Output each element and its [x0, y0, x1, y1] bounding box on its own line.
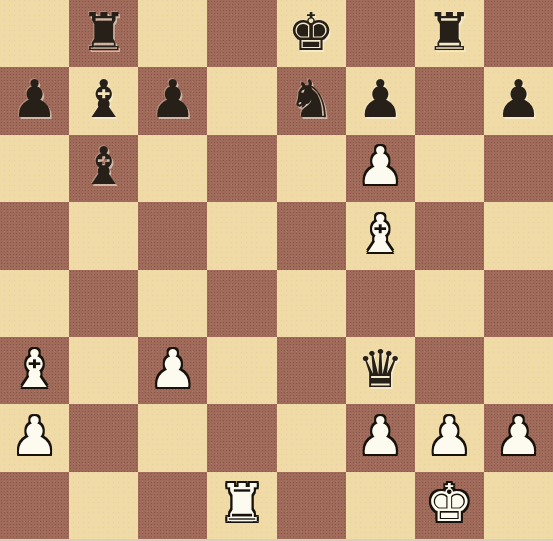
square-f7[interactable]: ♟ — [346, 67, 415, 134]
white-pawn-icon-a2: ♟ — [11, 410, 58, 462]
square-a8[interactable] — [0, 0, 69, 67]
square-a4[interactable] — [0, 270, 69, 337]
square-e3[interactable] — [277, 337, 346, 404]
white-pawn-icon-c3: ♟ — [150, 343, 197, 395]
square-h4[interactable] — [484, 270, 553, 337]
square-d3[interactable] — [207, 337, 276, 404]
square-h7[interactable]: ♟ — [484, 67, 553, 134]
square-b7[interactable]: ♝ — [69, 67, 138, 134]
square-g6[interactable] — [415, 135, 484, 202]
white-pawn-icon-g2: ♟ — [426, 410, 473, 462]
square-c7[interactable]: ♟ — [138, 67, 207, 134]
square-d4[interactable] — [207, 270, 276, 337]
white-bishop-icon-f5: ♝ — [357, 208, 404, 260]
square-c5[interactable] — [138, 202, 207, 269]
black-queen-icon-f3: ♛ — [357, 343, 404, 395]
square-b6[interactable]: ♝ — [69, 135, 138, 202]
black-pawn-icon-c7: ♟ — [150, 73, 197, 125]
white-bishop-icon-a3: ♝ — [11, 343, 58, 395]
square-c8[interactable] — [138, 0, 207, 67]
square-e4[interactable] — [277, 270, 346, 337]
square-d2[interactable] — [207, 404, 276, 471]
square-g5[interactable] — [415, 202, 484, 269]
black-king-icon-e8: ♚ — [288, 6, 335, 58]
chess-board: ♜♚♜♟♝♟♞♟♟♝♟♝♝♟♛♟♟♟♟♜♚ — [0, 0, 553, 541]
square-h6[interactable] — [484, 135, 553, 202]
square-b3[interactable] — [69, 337, 138, 404]
square-g1[interactable]: ♚ — [415, 472, 484, 539]
white-rook-icon-d1: ♜ — [219, 477, 266, 529]
square-h8[interactable] — [484, 0, 553, 67]
square-e7[interactable]: ♞ — [277, 67, 346, 134]
square-a5[interactable] — [0, 202, 69, 269]
square-h2[interactable]: ♟ — [484, 404, 553, 471]
black-knight-icon-e7: ♞ — [288, 73, 335, 125]
black-pawn-icon-f7: ♟ — [357, 73, 404, 125]
square-c3[interactable]: ♟ — [138, 337, 207, 404]
square-f2[interactable]: ♟ — [346, 404, 415, 471]
square-c1[interactable] — [138, 472, 207, 539]
square-f6[interactable]: ♟ — [346, 135, 415, 202]
square-d5[interactable] — [207, 202, 276, 269]
square-e1[interactable] — [277, 472, 346, 539]
square-b4[interactable] — [69, 270, 138, 337]
square-b5[interactable] — [69, 202, 138, 269]
square-e5[interactable] — [277, 202, 346, 269]
square-e8[interactable]: ♚ — [277, 0, 346, 67]
chess-diagram: ♜♚♜♟♝♟♞♟♟♝♟♝♝♟♛♟♟♟♟♜♚ — [0, 0, 553, 541]
black-pawn-icon-a7: ♟ — [11, 73, 58, 125]
white-pawn-icon-h2: ♟ — [495, 410, 542, 462]
square-c6[interactable] — [138, 135, 207, 202]
square-h1[interactable] — [484, 472, 553, 539]
square-g4[interactable] — [415, 270, 484, 337]
square-b8[interactable]: ♜ — [69, 0, 138, 67]
square-f4[interactable] — [346, 270, 415, 337]
square-g2[interactable]: ♟ — [415, 404, 484, 471]
black-bishop-icon-b7: ♝ — [80, 73, 127, 125]
white-pawn-icon-f6: ♟ — [357, 140, 404, 192]
black-rook-icon-g8: ♜ — [426, 6, 473, 58]
square-g3[interactable] — [415, 337, 484, 404]
square-h5[interactable] — [484, 202, 553, 269]
black-bishop-icon-b6: ♝ — [80, 140, 127, 192]
square-e2[interactable] — [277, 404, 346, 471]
square-g8[interactable]: ♜ — [415, 0, 484, 67]
square-a3[interactable]: ♝ — [0, 337, 69, 404]
square-f5[interactable]: ♝ — [346, 202, 415, 269]
square-b2[interactable] — [69, 404, 138, 471]
square-e6[interactable] — [277, 135, 346, 202]
square-d1[interactable]: ♜ — [207, 472, 276, 539]
square-d8[interactable] — [207, 0, 276, 67]
square-a1[interactable] — [0, 472, 69, 539]
square-f1[interactable] — [346, 472, 415, 539]
square-c2[interactable] — [138, 404, 207, 471]
square-f3[interactable]: ♛ — [346, 337, 415, 404]
square-a2[interactable]: ♟ — [0, 404, 69, 471]
square-c4[interactable] — [138, 270, 207, 337]
black-pawn-icon-h7: ♟ — [495, 73, 542, 125]
square-d7[interactable] — [207, 67, 276, 134]
square-g7[interactable] — [415, 67, 484, 134]
square-f8[interactable] — [346, 0, 415, 67]
black-rook-icon-b8: ♜ — [80, 6, 127, 58]
square-d6[interactable] — [207, 135, 276, 202]
square-a6[interactable] — [0, 135, 69, 202]
square-h3[interactable] — [484, 337, 553, 404]
square-b1[interactable] — [69, 472, 138, 539]
white-pawn-icon-f2: ♟ — [357, 410, 404, 462]
white-king-icon-g1: ♚ — [426, 477, 473, 529]
square-a7[interactable]: ♟ — [0, 67, 69, 134]
